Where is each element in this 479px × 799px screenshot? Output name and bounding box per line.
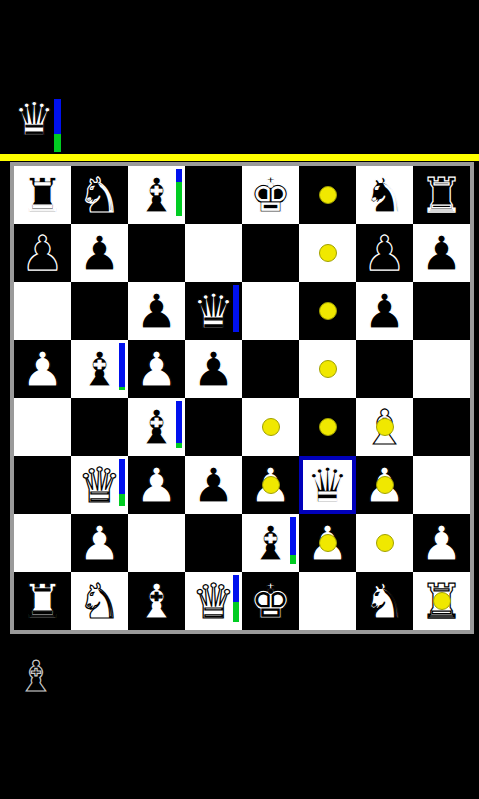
square-h1[interactable]: ♜ (413, 572, 470, 630)
square-h6[interactable] (413, 282, 470, 340)
square-a6[interactable] (14, 282, 71, 340)
square-b2[interactable]: ♟ (71, 514, 128, 572)
square-d6[interactable]: ♛ (185, 282, 242, 340)
square-d3[interactable]: ♟ (185, 456, 242, 514)
square-e7[interactable] (242, 224, 299, 282)
square-g4[interactable]: ♝ (356, 398, 413, 456)
piece-black-pawn: ♟ (413, 224, 470, 282)
legal-move-dot-g3 (376, 476, 394, 494)
square-g7[interactable]: ♟ (356, 224, 413, 282)
legal-move-dot-f6 (319, 302, 337, 320)
square-a2[interactable] (14, 514, 71, 572)
square-b6[interactable] (71, 282, 128, 340)
legal-move-dot-e3 (262, 476, 280, 494)
legal-move-dot-f4 (319, 418, 337, 436)
square-f8[interactable] (299, 166, 356, 224)
piece-white-king: ♚ (242, 572, 299, 630)
piece-white-pawn: ♟ (71, 514, 128, 572)
square-c2[interactable] (128, 514, 185, 572)
square-d7[interactable] (185, 224, 242, 282)
piece-white-pawn: ♟ (413, 514, 470, 572)
square-g1[interactable]: ♞ (356, 572, 413, 630)
piece-white-knight: ♞ (71, 572, 128, 630)
square-c1[interactable]: ♝ (128, 572, 185, 630)
piece-white-pawn: ♟ (14, 340, 71, 398)
square-h5[interactable] (413, 340, 470, 398)
square-a5[interactable]: ♟ (14, 340, 71, 398)
piece-meter-b3 (119, 459, 125, 506)
square-g5[interactable] (356, 340, 413, 398)
piece-black-queen: ♛ (299, 456, 356, 514)
piece-black-pawn: ♟ (128, 282, 185, 340)
square-b5[interactable]: ♝ (71, 340, 128, 398)
square-e5[interactable] (242, 340, 299, 398)
square-f7[interactable] (299, 224, 356, 282)
square-d8[interactable] (185, 166, 242, 224)
piece-meter-e2 (290, 517, 296, 564)
piece-white-rook: ♜ (14, 572, 71, 630)
square-g3[interactable]: ♟ (356, 456, 413, 514)
square-e3[interactable]: ♟ (242, 456, 299, 514)
piece-meter-d1 (233, 575, 239, 622)
square-c6[interactable]: ♟ (128, 282, 185, 340)
square-a8[interactable]: ♜ (14, 166, 71, 224)
piece-meter-d6 (233, 285, 239, 332)
piece-black-pawn: ♟ (185, 340, 242, 398)
legal-move-dot-h1 (433, 592, 451, 610)
square-h8[interactable]: ♜ (413, 166, 470, 224)
square-f3[interactable]: ♛ (299, 456, 356, 514)
square-a1[interactable]: ♜ (14, 572, 71, 630)
square-b4[interactable] (71, 398, 128, 456)
square-g8[interactable]: ♞ (356, 166, 413, 224)
square-b1[interactable]: ♞ (71, 572, 128, 630)
piece-black-pawn: ♟ (356, 282, 413, 340)
piece-white-knight: ♞ (356, 572, 413, 630)
square-b3[interactable]: ♛ (71, 456, 128, 514)
square-c8[interactable]: ♝ (128, 166, 185, 224)
piece-black-rook: ♜ (14, 166, 71, 224)
black-bishop-status-icon: ♝ (14, 656, 58, 698)
square-e8[interactable]: ♚ (242, 166, 299, 224)
square-f4[interactable] (299, 398, 356, 456)
square-g6[interactable]: ♟ (356, 282, 413, 340)
piece-black-knight: ♞ (356, 166, 413, 224)
square-a4[interactable] (14, 398, 71, 456)
square-f2[interactable]: ♟ (299, 514, 356, 572)
legal-move-dot-g4 (376, 418, 394, 436)
piece-black-knight: ♞ (71, 166, 128, 224)
legal-move-dot-f8 (319, 186, 337, 204)
square-a7[interactable]: ♟ (14, 224, 71, 282)
piece-black-rook: ♜ (413, 166, 470, 224)
square-h2[interactable]: ♟ (413, 514, 470, 572)
square-d4[interactable] (185, 398, 242, 456)
legal-move-dot-f5 (319, 360, 337, 378)
square-c5[interactable]: ♟ (128, 340, 185, 398)
piece-meter-b5 (119, 343, 125, 390)
square-f1[interactable] (299, 572, 356, 630)
piece-black-king: ♚ (242, 166, 299, 224)
legal-move-dot-f2 (319, 534, 337, 552)
square-d1[interactable]: ♛ (185, 572, 242, 630)
square-c4[interactable]: ♝ (128, 398, 185, 456)
square-c7[interactable] (128, 224, 185, 282)
square-e1[interactable]: ♚ (242, 572, 299, 630)
piece-black-pawn: ♟ (185, 456, 242, 514)
square-h7[interactable]: ♟ (413, 224, 470, 282)
white-queen-status-icon: ♛ (12, 96, 56, 142)
legal-move-dot-f7 (319, 244, 337, 262)
square-g2[interactable] (356, 514, 413, 572)
square-d2[interactable] (185, 514, 242, 572)
square-e2[interactable]: ♝ (242, 514, 299, 572)
piece-white-pawn: ♟ (128, 340, 185, 398)
square-f5[interactable] (299, 340, 356, 398)
piece-meter-c8 (176, 169, 182, 216)
square-d5[interactable]: ♟ (185, 340, 242, 398)
divider-line (0, 154, 479, 161)
chess-board: ♜♞♝♚♞♜♟♟♟♟♟♛♟♟♝♟♟♝♝♛♟♟♟♛♟♟♝♟♟♜♞♝♛♚♞♜ (10, 162, 474, 634)
white-queen-status-meter (54, 99, 61, 152)
square-a3[interactable] (14, 456, 71, 514)
square-b7[interactable]: ♟ (71, 224, 128, 282)
piece-meter-c4 (176, 401, 182, 448)
piece-white-pawn: ♟ (128, 456, 185, 514)
square-h3[interactable] (413, 456, 470, 514)
piece-black-pawn: ♟ (14, 224, 71, 282)
piece-black-pawn: ♟ (71, 224, 128, 282)
square-e4[interactable] (242, 398, 299, 456)
square-f6[interactable] (299, 282, 356, 340)
legal-move-dot-g2 (376, 534, 394, 552)
square-b8[interactable]: ♞ (71, 166, 128, 224)
piece-white-bishop: ♝ (128, 572, 185, 630)
square-e6[interactable] (242, 282, 299, 340)
square-c3[interactable]: ♟ (128, 456, 185, 514)
legal-move-dot-e4 (262, 418, 280, 436)
square-h4[interactable] (413, 398, 470, 456)
piece-black-pawn: ♟ (356, 224, 413, 282)
